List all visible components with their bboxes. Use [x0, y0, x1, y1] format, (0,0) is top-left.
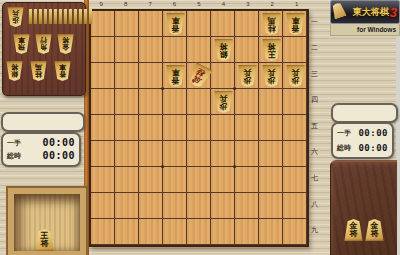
move-time-value: 00:00	[21, 137, 75, 149]
file-label: 7	[138, 0, 162, 9]
star-point	[161, 165, 164, 168]
star-point	[161, 87, 164, 90]
captured-piece[interactable]: 飛車	[13, 34, 30, 54]
stacked-pawn	[43, 9, 47, 24]
logo-version: 3	[390, 5, 397, 20]
piece-box[interactable]: 王将	[6, 186, 88, 255]
board-piece-1-3[interactable]: 歩兵	[286, 65, 305, 87]
file-label: 6	[162, 0, 186, 9]
rank-label: 一	[309, 9, 320, 35]
board-piece-5-3[interactable]: 成桂	[185, 62, 212, 90]
sente-name-plate	[331, 103, 398, 123]
total-time-label: 総時	[337, 142, 351, 154]
gote-clock: 一手 総時 00:00 00:00	[1, 132, 81, 167]
captured-piece[interactable]: 金将	[344, 219, 363, 241]
stacked-pawn	[73, 9, 77, 24]
board-piece-4-2[interactable]: 銀将	[214, 39, 233, 61]
file-label: 1	[285, 0, 309, 9]
captured-pawn[interactable]: 歩兵	[7, 7, 24, 27]
gote-komadai[interactable]: 歩兵飛車角行金将銀将桂馬香車	[2, 2, 86, 96]
board-piece-6-1[interactable]: 香車	[166, 13, 185, 35]
rank-label: 六	[309, 139, 320, 165]
shogi-board[interactable]: 香車桂馬香車銀将王将香車成桂歩兵歩兵歩兵歩兵	[89, 9, 309, 247]
logo-plaque: 東大将棋 3	[330, 0, 400, 24]
stacked-pawn	[58, 9, 62, 24]
file-label: 5	[187, 0, 211, 9]
rank-labels: 一二三四五六七八九	[309, 9, 320, 243]
captured-piece[interactable]: 銀将	[6, 61, 23, 81]
shogi-piece-icon	[330, 1, 347, 19]
stacked-pawn	[48, 9, 52, 24]
file-label: 2	[260, 0, 284, 9]
file-label: 9	[89, 0, 113, 9]
rank-label: 七	[309, 165, 320, 191]
captured-piece[interactable]: 金将	[365, 219, 384, 241]
rank-label: 五	[309, 113, 320, 139]
total-time-label: 総時	[7, 150, 21, 162]
stacked-pawn	[53, 9, 57, 24]
stacked-pawn	[38, 9, 42, 24]
gote-name-plate	[1, 112, 85, 132]
move-time-label: 一手	[7, 137, 21, 149]
captured-piece[interactable]: 角行	[35, 34, 52, 54]
total-time-value: 00:00	[351, 142, 388, 154]
rank-label: 三	[309, 61, 320, 87]
stacked-pawn	[68, 9, 72, 24]
file-label: 8	[113, 0, 137, 9]
star-point	[233, 165, 236, 168]
board-piece-1-1[interactable]: 香車	[286, 13, 305, 35]
stacked-pawn	[28, 9, 32, 24]
total-time-value: 00:00	[21, 150, 75, 162]
star-point	[233, 87, 236, 90]
sente-clock: 一手 総時 00:00 00:00	[331, 122, 394, 159]
stacked-pawn	[88, 9, 92, 24]
board-piece-3-3[interactable]: 歩兵	[238, 65, 257, 87]
file-label: 3	[236, 0, 260, 9]
rank-label: 二	[309, 35, 320, 61]
board-piece-2-1[interactable]: 桂馬	[262, 13, 281, 35]
captured-pawn-stack[interactable]	[28, 9, 92, 24]
logo-subtitle: for Windows	[330, 24, 400, 36]
board-piece-4-4[interactable]: 歩兵	[214, 91, 233, 113]
sente-komadai[interactable]: 金将金将	[330, 160, 397, 255]
rank-label: 九	[309, 217, 320, 243]
app-logo: 東大将棋 3 for Windows	[330, 0, 400, 37]
board-piece-2-2[interactable]: 王将	[262, 39, 281, 61]
stacked-pawn	[83, 9, 87, 24]
captured-piece[interactable]: 香車	[54, 61, 71, 81]
stacked-pawn	[63, 9, 67, 24]
file-label: 4	[211, 0, 235, 9]
rank-label: 八	[309, 191, 320, 217]
rank-label: 四	[309, 87, 320, 113]
stacked-pawn	[78, 9, 82, 24]
shogi-app-window: 987654321 一二三四五六七八九 香車桂馬香車銀将王将香車成桂歩兵歩兵歩兵…	[0, 0, 400, 255]
file-labels: 987654321	[89, 0, 309, 9]
board-piece-2-3[interactable]: 歩兵	[262, 65, 281, 87]
stacked-pawn	[33, 9, 37, 24]
board-piece-6-3[interactable]: 香車	[166, 65, 185, 87]
move-time-label: 一手	[337, 127, 351, 139]
move-time-value: 00:00	[351, 127, 388, 139]
captured-piece[interactable]: 金将	[57, 34, 74, 54]
logo-title: 東大将棋	[353, 6, 389, 19]
captured-piece[interactable]: 桂馬	[30, 61, 47, 81]
